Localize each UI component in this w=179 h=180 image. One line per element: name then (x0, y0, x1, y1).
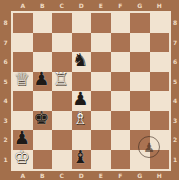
square-f6[interactable] (111, 52, 131, 72)
ghost-pawn-circle-icon: ♟ (138, 136, 160, 158)
square-e2[interactable] (91, 130, 111, 150)
rank-label-left-5: 5 (0, 72, 11, 92)
file-label-top-c: C (52, 0, 72, 11)
square-c1[interactable] (52, 150, 72, 170)
file-label-bottom-f: F (111, 171, 131, 180)
rank-label-right-6: 6 (171, 52, 179, 72)
rank-labels-left: 87654321 (0, 13, 11, 169)
square-e1[interactable] (91, 150, 111, 170)
file-label-top-g: G (130, 0, 150, 11)
square-h8[interactable] (150, 13, 170, 33)
chess-board-widget: ABCDEFGH ABCDEFGH 87654321 87654321 ♞♕♟♖… (0, 0, 179, 180)
file-label-bottom-d: D (72, 171, 92, 180)
rank-label-right-1: 1 (171, 150, 179, 170)
piece-black-knight-d6[interactable]: ♞ (72, 51, 88, 69)
square-h3[interactable] (150, 111, 170, 131)
square-d6[interactable]: ♞ (72, 52, 92, 72)
square-b5[interactable]: ♟ (33, 72, 53, 92)
square-f1[interactable] (111, 150, 131, 170)
square-f2[interactable] (111, 130, 131, 150)
rank-labels-right: 87654321 (171, 13, 179, 169)
square-e6[interactable] (91, 52, 111, 72)
square-b3[interactable]: ♚ (33, 111, 53, 131)
file-label-top-a: A (13, 0, 33, 11)
file-labels-bottom: ABCDEFGH (13, 171, 169, 180)
square-c3[interactable] (52, 111, 72, 131)
square-a4[interactable] (13, 91, 33, 111)
rank-label-left-8: 8 (0, 13, 11, 33)
square-c5[interactable]: ♖ (52, 72, 72, 92)
square-h4[interactable] (150, 91, 170, 111)
rank-label-right-7: 7 (171, 33, 179, 53)
square-d8[interactable] (72, 13, 92, 33)
piece-white-bishop-d3[interactable]: ♗ (72, 109, 88, 127)
square-a1[interactable]: ♔ (13, 150, 33, 170)
square-a7[interactable] (13, 33, 33, 53)
square-b8[interactable] (33, 13, 53, 33)
rank-label-left-7: 7 (0, 33, 11, 53)
rank-label-right-8: 8 (171, 13, 179, 33)
piece-black-pawn-a2[interactable]: ♟ (14, 129, 30, 147)
rank-label-right-4: 4 (171, 91, 179, 111)
square-c4[interactable] (52, 91, 72, 111)
square-d3[interactable]: ♗ (72, 111, 92, 131)
square-g8[interactable] (130, 13, 150, 33)
rank-label-left-6: 6 (0, 52, 11, 72)
file-label-bottom-e: E (91, 171, 111, 180)
square-b1[interactable] (33, 150, 53, 170)
rank-label-left-3: 3 (0, 111, 11, 131)
rank-label-right-3: 3 (171, 111, 179, 131)
square-e4[interactable] (91, 91, 111, 111)
piece-white-rook-c5[interactable]: ♖ (53, 70, 69, 88)
piece-white-king-a1[interactable]: ♔ (14, 148, 30, 166)
square-f3[interactable] (111, 111, 131, 131)
square-e5[interactable] (91, 72, 111, 92)
rank-label-left-1: 1 (0, 150, 11, 170)
file-label-top-d: D (72, 0, 92, 11)
file-label-bottom-h: H (150, 171, 170, 180)
square-h7[interactable] (150, 33, 170, 53)
file-label-bottom-c: C (52, 171, 72, 180)
square-f8[interactable] (111, 13, 131, 33)
square-a5[interactable]: ♕ (13, 72, 33, 92)
piece-black-pawn-d4[interactable]: ♟ (72, 90, 88, 108)
file-label-top-e: E (91, 0, 111, 11)
rank-label-right-2: 2 (171, 130, 179, 150)
file-label-bottom-b: B (33, 171, 53, 180)
file-label-top-h: H (150, 0, 170, 11)
file-label-bottom-g: G (130, 171, 150, 180)
square-g7[interactable] (130, 33, 150, 53)
file-label-top-f: F (111, 0, 131, 11)
file-label-top-b: B (33, 0, 53, 11)
square-f5[interactable] (111, 72, 131, 92)
square-g5[interactable] (130, 72, 150, 92)
square-e7[interactable] (91, 33, 111, 53)
piece-black-pawn-b5[interactable]: ♟ (33, 70, 49, 88)
rank-label-left-4: 4 (0, 91, 11, 111)
square-f4[interactable] (111, 91, 131, 111)
square-g4[interactable] (130, 91, 150, 111)
square-e8[interactable] (91, 13, 111, 33)
square-h6[interactable] (150, 52, 170, 72)
file-label-bottom-a: A (13, 171, 33, 180)
square-g6[interactable] (130, 52, 150, 72)
square-b7[interactable] (33, 33, 53, 53)
square-c8[interactable] (52, 13, 72, 33)
piece-white-queen-a5[interactable]: ♕ (14, 70, 30, 88)
square-e3[interactable] (91, 111, 111, 131)
piece-black-bishop-d1[interactable]: ♝ (72, 148, 88, 166)
rank-label-right-5: 5 (171, 72, 179, 92)
file-labels-top: ABCDEFGH (13, 0, 169, 11)
square-a8[interactable] (13, 13, 33, 33)
ghost-pawn-icon: ♟ (143, 141, 155, 154)
square-g3[interactable] (130, 111, 150, 131)
square-d1[interactable]: ♝ (72, 150, 92, 170)
square-c2[interactable] (52, 130, 72, 150)
square-c7[interactable] (52, 33, 72, 53)
rank-label-left-2: 2 (0, 130, 11, 150)
square-h5[interactable] (150, 72, 170, 92)
square-b2[interactable] (33, 130, 53, 150)
piece-black-king-b3[interactable]: ♚ (33, 109, 49, 127)
square-f7[interactable] (111, 33, 131, 53)
